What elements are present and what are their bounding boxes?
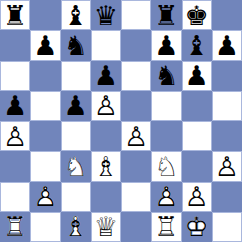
- square-f4[interactable]: [151, 121, 181, 151]
- white-bishop[interactable]: ♝♗: [64, 213, 88, 240]
- black-rook[interactable]: ♜: [3, 2, 27, 29]
- square-f5[interactable]: [151, 91, 181, 121]
- white-piece-outline: ♗: [64, 213, 88, 240]
- square-a5[interactable]: ♟: [0, 91, 30, 121]
- white-pawn[interactable]: ♟♙: [94, 92, 118, 119]
- black-bishop[interactable]: ♝: [64, 2, 88, 29]
- square-d5[interactable]: ♟♙: [91, 91, 121, 121]
- square-e2[interactable]: [121, 182, 151, 212]
- white-pawn[interactable]: ♟♙: [3, 123, 27, 150]
- square-c6[interactable]: [61, 61, 91, 91]
- square-d2[interactable]: [91, 182, 121, 212]
- black-piece-glyph: ♝: [64, 2, 88, 29]
- square-a3[interactable]: [0, 151, 30, 181]
- white-piece-outline: ♖: [154, 213, 178, 240]
- square-e7[interactable]: [121, 30, 151, 60]
- black-bishop[interactable]: ♝: [185, 32, 209, 59]
- square-d3[interactable]: ♝♗: [91, 151, 121, 181]
- square-g8[interactable]: ♚: [182, 0, 212, 30]
- white-piece-outline: ♔: [185, 213, 209, 240]
- square-d1[interactable]: ♛♕: [91, 212, 121, 242]
- square-e4[interactable]: ♟♙: [121, 121, 151, 151]
- square-c7[interactable]: ♞: [61, 30, 91, 60]
- black-pawn[interactable]: ♟: [94, 62, 118, 89]
- black-pawn[interactable]: ♟: [64, 92, 88, 119]
- black-piece-glyph: ♚: [185, 2, 209, 29]
- square-g7[interactable]: ♝: [182, 30, 212, 60]
- square-f8[interactable]: ♜: [151, 0, 181, 30]
- square-b1[interactable]: [30, 212, 60, 242]
- square-g3[interactable]: [182, 151, 212, 181]
- square-a4[interactable]: ♟♙: [0, 121, 30, 151]
- white-piece-outline: ♘: [64, 153, 88, 180]
- square-h3[interactable]: ♟♙: [212, 151, 242, 181]
- square-b5[interactable]: [30, 91, 60, 121]
- black-knight[interactable]: ♞: [154, 62, 178, 89]
- square-c4[interactable]: [61, 121, 91, 151]
- square-h4[interactable]: [212, 121, 242, 151]
- white-piece-outline: ♙: [215, 153, 239, 180]
- square-c5[interactable]: ♟: [61, 91, 91, 121]
- square-f6[interactable]: ♞: [151, 61, 181, 91]
- square-a6[interactable]: [0, 61, 30, 91]
- black-piece-glyph: ♟: [3, 92, 27, 119]
- square-f3[interactable]: ♞♘: [151, 151, 181, 181]
- black-piece-glyph: ♝: [185, 32, 209, 59]
- square-d6[interactable]: ♟: [91, 61, 121, 91]
- square-b4[interactable]: [30, 121, 60, 151]
- black-pawn[interactable]: ♟: [3, 92, 27, 119]
- black-king[interactable]: ♚: [185, 2, 209, 29]
- square-d7[interactable]: [91, 30, 121, 60]
- square-f7[interactable]: ♟: [151, 30, 181, 60]
- white-king[interactable]: ♚♔: [185, 213, 209, 240]
- white-piece-outline: ♙: [3, 123, 27, 150]
- white-queen[interactable]: ♛♕: [94, 213, 118, 240]
- square-c3[interactable]: ♞♘: [61, 151, 91, 181]
- square-b8[interactable]: [30, 0, 60, 30]
- square-d8[interactable]: ♛: [91, 0, 121, 30]
- black-piece-glyph: ♟: [154, 32, 178, 59]
- square-g4[interactable]: [182, 121, 212, 151]
- square-a7[interactable]: [0, 30, 30, 60]
- white-pawn[interactable]: ♟♙: [185, 183, 209, 210]
- square-e8[interactable]: [121, 0, 151, 30]
- white-piece-outline: ♙: [185, 183, 209, 210]
- square-c8[interactable]: ♝: [61, 0, 91, 30]
- white-knight[interactable]: ♞♘: [154, 153, 178, 180]
- black-knight[interactable]: ♞: [64, 32, 88, 59]
- square-c1[interactable]: ♝♗: [61, 212, 91, 242]
- black-piece-glyph: ♟: [215, 32, 239, 59]
- black-piece-glyph: ♞: [64, 32, 88, 59]
- black-pawn[interactable]: ♟: [215, 32, 239, 59]
- white-pawn[interactable]: ♟♙: [215, 153, 239, 180]
- square-e6[interactable]: [121, 61, 151, 91]
- square-b2[interactable]: ♟♙: [30, 182, 60, 212]
- black-piece-glyph: ♟: [185, 62, 209, 89]
- black-pawn[interactable]: ♟: [185, 62, 209, 89]
- square-d4[interactable]: [91, 121, 121, 151]
- square-a2[interactable]: [0, 182, 30, 212]
- white-bishop[interactable]: ♝♗: [94, 153, 118, 180]
- square-e3[interactable]: [121, 151, 151, 181]
- square-h5[interactable]: [212, 91, 242, 121]
- square-g5[interactable]: [182, 91, 212, 121]
- white-piece-outline: ♙: [33, 183, 57, 210]
- square-a1[interactable]: ♜♖: [0, 212, 30, 242]
- square-h7[interactable]: ♟: [212, 30, 242, 60]
- square-c2[interactable]: [61, 182, 91, 212]
- white-piece-outline: ♗: [94, 153, 118, 180]
- square-h2[interactable]: [212, 182, 242, 212]
- white-piece-outline: ♕: [94, 213, 118, 240]
- square-b3[interactable]: [30, 151, 60, 181]
- white-pawn[interactable]: ♟♙: [124, 123, 148, 150]
- black-piece-glyph: ♜: [154, 2, 178, 29]
- square-g2[interactable]: ♟♙: [182, 182, 212, 212]
- square-b6[interactable]: [30, 61, 60, 91]
- black-piece-glyph: ♞: [154, 62, 178, 89]
- chess-board: ♜♝♛♜♚♟♞♟♝♟♟♞♟♟♟♟♙♟♙♟♙♞♘♝♗♞♘♟♙♟♙♟♙♟♙♜♖♝♗♛…: [0, 0, 242, 242]
- square-h6[interactable]: [212, 61, 242, 91]
- square-h8[interactable]: [212, 0, 242, 30]
- black-piece-glyph: ♜: [3, 2, 27, 29]
- white-piece-outline: ♖: [3, 213, 27, 240]
- square-a8[interactable]: ♜: [0, 0, 30, 30]
- white-piece-outline: ♙: [154, 183, 178, 210]
- square-b7[interactable]: ♟: [30, 30, 60, 60]
- white-piece-outline: ♙: [94, 92, 118, 119]
- square-e5[interactable]: [121, 91, 151, 121]
- square-f2[interactable]: ♟♙: [151, 182, 181, 212]
- black-piece-glyph: ♛: [94, 2, 118, 29]
- black-piece-glyph: ♟: [64, 92, 88, 119]
- black-piece-glyph: ♟: [33, 32, 57, 59]
- white-pawn[interactable]: ♟♙: [154, 183, 178, 210]
- black-rook[interactable]: ♜: [154, 2, 178, 29]
- white-piece-outline: ♘: [154, 153, 178, 180]
- square-e1[interactable]: [121, 212, 151, 242]
- white-rook[interactable]: ♜♖: [154, 213, 178, 240]
- square-h1[interactable]: [212, 212, 242, 242]
- white-knight[interactable]: ♞♘: [64, 153, 88, 180]
- square-g1[interactable]: ♚♔: [182, 212, 212, 242]
- black-queen[interactable]: ♛: [94, 2, 118, 29]
- square-f1[interactable]: ♜♖: [151, 212, 181, 242]
- black-pawn[interactable]: ♟: [154, 32, 178, 59]
- square-g6[interactable]: ♟: [182, 61, 212, 91]
- white-rook[interactable]: ♜♖: [3, 213, 27, 240]
- black-pawn[interactable]: ♟: [33, 32, 57, 59]
- white-piece-outline: ♙: [124, 123, 148, 150]
- black-piece-glyph: ♟: [94, 62, 118, 89]
- white-pawn[interactable]: ♟♙: [33, 183, 57, 210]
